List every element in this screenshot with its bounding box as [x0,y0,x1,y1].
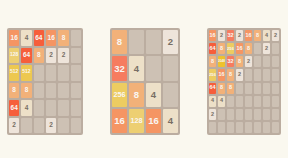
empty-cell [254,122,261,133]
empty-cell [58,83,68,99]
tile-2: 2 [163,30,178,54]
tile-256: 256 [112,83,127,107]
tile-2: 2 [58,48,68,64]
tile-2048: 2048 [218,56,225,67]
tile-8: 8 [218,43,225,54]
tile-16: 16 [146,109,161,133]
tile-512: 512 [21,65,31,81]
empty-cell [46,65,56,81]
tile-2: 2 [218,30,225,41]
empty-cell [71,83,81,99]
tile-8: 8 [129,83,144,107]
empty-cell [272,56,279,67]
tile-128: 128 [129,109,144,133]
empty-cell [263,83,270,94]
empty-cell [71,48,81,64]
tile-2: 2 [236,30,243,41]
tile-8: 8 [34,48,44,64]
empty-cell [254,83,261,94]
tile-32: 32 [227,30,234,41]
tile-4: 4 [146,83,161,107]
tile-4: 4 [209,96,216,107]
tile-256: 256 [209,69,216,80]
tile-64: 64 [21,48,31,64]
empty-cell [71,65,81,81]
empty-cell [254,96,261,107]
empty-cell [227,96,234,107]
empty-cell [272,83,279,94]
empty-cell [218,109,225,120]
empty-cell [236,109,243,120]
empty-cell [236,122,243,133]
empty-cell [263,69,270,80]
tile-16: 16 [9,30,19,46]
tile-64: 64 [209,83,216,94]
empty-cell [263,109,270,120]
tile-8: 8 [236,56,243,67]
tile-2: 2 [272,30,279,41]
middle-board-4x4[interactable]: 823242568416128164 [110,28,180,135]
empty-cell [272,69,279,80]
empty-cell [129,30,144,54]
empty-cell [272,122,279,133]
empty-cell [236,96,243,107]
empty-cell [254,43,261,54]
empty-cell [58,65,68,81]
tile-2: 2 [263,43,270,54]
empty-cell [254,69,261,80]
tile-8: 8 [254,30,261,41]
tile-2: 2 [9,118,19,134]
empty-cell [58,118,68,134]
empty-cell [245,69,252,80]
empty-cell [209,122,216,133]
empty-cell [163,83,178,107]
empty-cell [146,56,161,80]
empty-cell [34,118,44,134]
tile-32: 32 [112,56,127,80]
empty-cell [58,100,68,116]
empty-cell [71,100,81,116]
empty-cell [245,96,252,107]
tile-512: 512 [9,65,19,81]
tile-2: 2 [236,69,243,80]
empty-cell [146,30,161,54]
tile-2: 2 [46,48,56,64]
tile-8: 8 [227,83,234,94]
tile-8: 8 [112,30,127,54]
empty-cell [245,109,252,120]
empty-cell [263,122,270,133]
tile-8: 8 [209,56,216,67]
empty-cell [34,83,44,99]
tile-4: 4 [218,96,225,107]
tile-16: 16 [209,30,216,41]
tile-16: 16 [46,30,56,46]
tile-64: 64 [34,30,44,46]
tile-64: 64 [9,100,19,116]
empty-cell [46,100,56,116]
empty-cell [46,83,56,99]
tile-128: 128 [9,48,19,64]
empty-cell [272,96,279,107]
boards-row: 16464168128648225125128864422 8232425684… [0,0,288,135]
right-board-8x8[interactable]: 1623221684264825616828204832822561682648… [207,28,281,135]
tile-4: 4 [263,30,270,41]
empty-cell [163,56,178,80]
tile-8: 8 [227,69,234,80]
tile-16: 16 [218,69,225,80]
empty-cell [227,109,234,120]
empty-cell [245,83,252,94]
tile-64: 64 [209,43,216,54]
tile-2: 2 [245,56,252,67]
tile-8: 8 [58,30,68,46]
tile-4: 4 [129,56,144,80]
empty-cell [254,109,261,120]
tile-2: 2 [46,118,56,134]
tile-4: 4 [21,30,31,46]
empty-cell [272,109,279,120]
tile-16: 16 [236,43,243,54]
tile-8: 8 [245,43,252,54]
empty-cell [218,122,225,133]
empty-cell [34,100,44,116]
tile-2: 2 [209,109,216,120]
tile-16: 16 [245,30,252,41]
tile-4: 4 [21,100,31,116]
empty-cell [254,56,261,67]
tile-8: 8 [21,83,31,99]
tile-32: 32 [227,56,234,67]
tile-16: 16 [112,109,127,133]
empty-cell [227,122,234,133]
tile-256: 256 [227,43,234,54]
empty-cell [272,43,279,54]
empty-cell [245,122,252,133]
empty-cell [263,56,270,67]
empty-cell [71,118,81,134]
tile-8: 8 [9,83,19,99]
tile-8: 8 [218,83,225,94]
empty-cell [236,83,243,94]
empty-cell [34,65,44,81]
empty-cell [71,30,81,46]
tile-4: 4 [163,109,178,133]
empty-cell [263,96,270,107]
left-board-6x6[interactable]: 16464168128648225125128864422 [7,28,83,135]
empty-cell [21,118,31,134]
